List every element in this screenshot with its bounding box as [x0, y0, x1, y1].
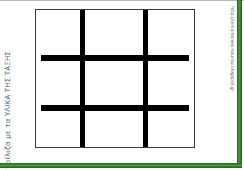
cell-2-0[interactable] [36, 111, 80, 147]
tic-tac-toe-board [35, 9, 195, 148]
grid-line-horizontal-2 [41, 105, 189, 111]
green-frame-bottom [0, 163, 242, 168]
cell-1-0[interactable] [36, 61, 80, 105]
cell-1-1[interactable] [85, 61, 143, 105]
blog-url-text: http://taniamanesi-kourou.blogspot.gr [229, 6, 235, 92]
grid-line-horizontal-1 [41, 55, 189, 61]
cell-0-1[interactable] [85, 10, 143, 55]
page-top-edge-line [0, 0, 244, 1]
cell-0-2[interactable] [148, 10, 194, 55]
green-frame-right [237, 0, 242, 167]
worksheet-page: Τρίλιζα με τα ΥΛΙΚΑ ΤΗΣ ΤΑΞΗΣ http://tan… [0, 0, 244, 170]
cell-0-0[interactable] [36, 10, 80, 55]
grid-line-vertical-1 [80, 10, 85, 147]
left-caption-text: Τρίλιζα με τα ΥΛΙΚΑ ΤΗΣ ΤΑΞΗΣ [3, 51, 13, 169]
cell-2-1[interactable] [85, 111, 143, 147]
cell-1-2[interactable] [148, 61, 194, 105]
cell-2-2[interactable] [148, 111, 194, 147]
grid-line-vertical-2 [143, 10, 148, 147]
